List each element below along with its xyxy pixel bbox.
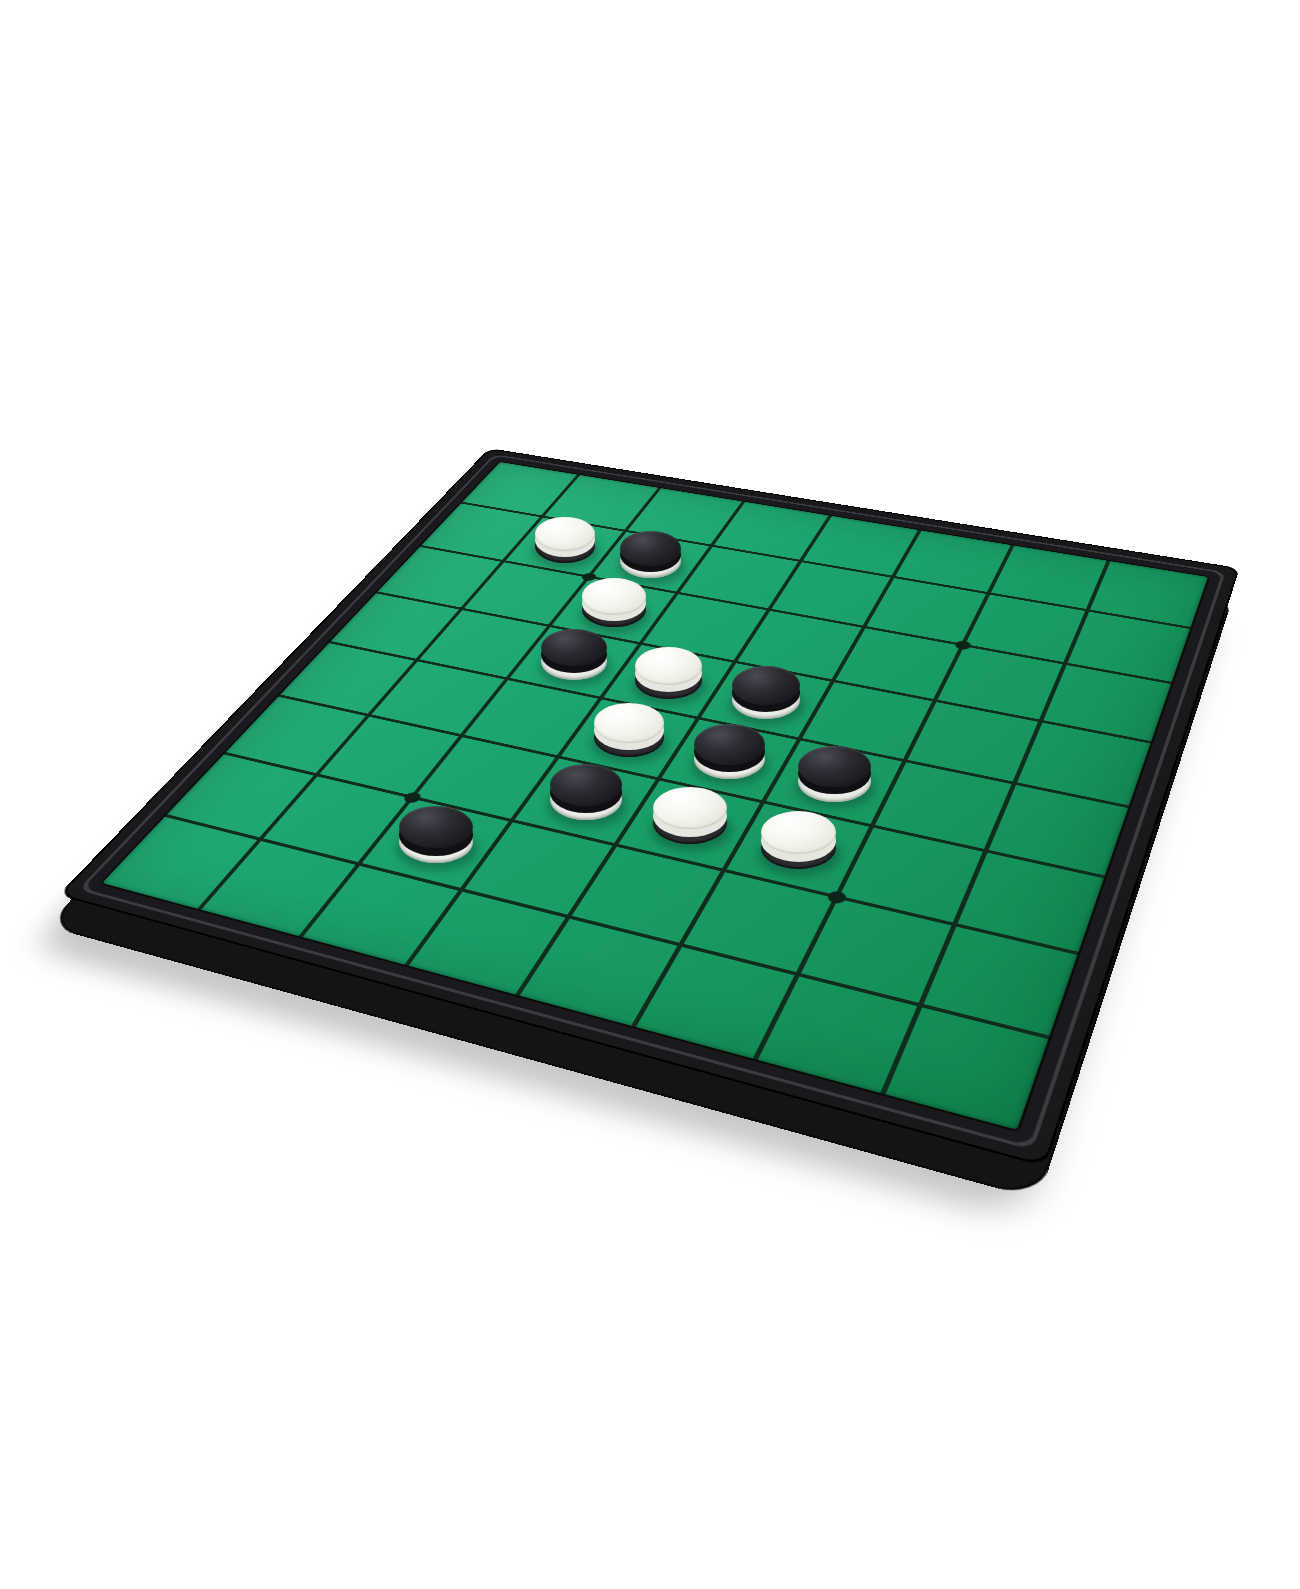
board-surface bbox=[102, 462, 1208, 1130]
board-grid bbox=[102, 462, 1208, 1130]
othello-board-photo bbox=[0, 0, 1300, 1589]
